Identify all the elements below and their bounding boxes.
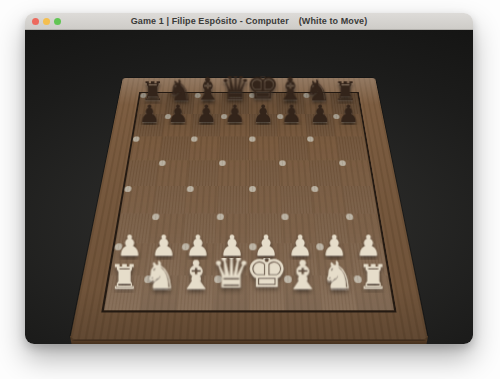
game-title-text: Game 1 | Filipe Espósito - Computer xyxy=(131,16,289,26)
piece-black-pawn-b7[interactable]: ♟ xyxy=(164,97,192,125)
zoom-button[interactable] xyxy=(54,18,61,25)
piece-white-king-e1[interactable]: ♚ xyxy=(249,257,285,293)
piece-black-pawn-a7[interactable]: ♟ xyxy=(135,97,163,125)
piece-black-pawn-f7[interactable]: ♟ xyxy=(277,97,305,125)
minimize-button[interactable] xyxy=(43,18,50,25)
game-view: ♜♞♝♛♚♝♞♜♟♟♟♟♟♟♟♟♟♟♟♟♟♟♟♟♜♞♝♛♚♝♞♜ xyxy=(25,30,473,344)
piece-white-pawn-h2[interactable]: ♟ xyxy=(351,225,385,259)
turn-indicator: (White to Move) xyxy=(299,16,368,26)
piece-black-pawn-c7[interactable]: ♟ xyxy=(192,97,220,125)
close-button[interactable] xyxy=(32,18,39,25)
window-titlebar[interactable]: Game 1 | Filipe Espósito - Computer(Whit… xyxy=(25,13,473,30)
piece-white-knight-g1[interactable]: ♞ xyxy=(320,257,356,293)
piece-white-rook-a1[interactable]: ♜ xyxy=(107,257,143,293)
board-scene: ♜♞♝♛♚♝♞♜♟♟♟♟♟♟♟♟♟♟♟♟♟♟♟♟♜♞♝♛♚♝♞♜ xyxy=(25,30,473,344)
chess-app-window: Game 1 | Filipe Espósito - Computer(Whit… xyxy=(25,13,473,344)
piece-white-rook-h1[interactable]: ♜ xyxy=(356,257,392,293)
piece-white-bishop-f1[interactable]: ♝ xyxy=(285,257,321,293)
piece-black-pawn-e7[interactable]: ♟ xyxy=(249,97,277,125)
piece-black-pawn-d7[interactable]: ♟ xyxy=(221,97,249,125)
screenshot-canvas: Game 1 | Filipe Espósito - Computer(Whit… xyxy=(0,0,500,379)
piece-white-queen-d1[interactable]: ♛ xyxy=(213,257,249,293)
window-title: Game 1 | Filipe Espósito - Computer(Whit… xyxy=(131,16,368,26)
piece-white-knight-b1[interactable]: ♞ xyxy=(142,257,178,293)
traffic-lights xyxy=(32,13,61,29)
chess-board[interactable]: ♜♞♝♛♚♝♞♜♟♟♟♟♟♟♟♟♟♟♟♟♟♟♟♟♜♞♝♛♚♝♞♜ xyxy=(70,78,428,340)
piece-black-pawn-h7[interactable]: ♟ xyxy=(334,97,362,125)
board-pieces: ♜♞♝♛♚♝♞♜♟♟♟♟♟♟♟♟♟♟♟♟♟♟♟♟♜♞♝♛♚♝♞♜ xyxy=(104,93,394,310)
piece-black-pawn-g7[interactable]: ♟ xyxy=(306,97,334,125)
piece-white-bishop-c1[interactable]: ♝ xyxy=(178,257,214,293)
piece-white-pawn-a2[interactable]: ♟ xyxy=(113,225,147,259)
